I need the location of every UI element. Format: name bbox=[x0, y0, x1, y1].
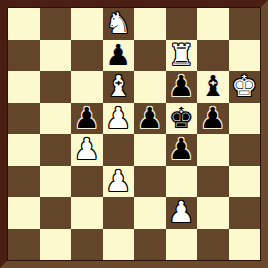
piece-black-pawn[interactable]: ♟ bbox=[137, 103, 163, 135]
square-c1[interactable] bbox=[71, 229, 103, 261]
square-h5[interactable] bbox=[229, 103, 261, 135]
square-d8[interactable]: ♞ bbox=[103, 8, 135, 40]
square-f6[interactable]: ♟ bbox=[166, 71, 198, 103]
square-d1[interactable] bbox=[103, 229, 135, 261]
square-e6[interactable] bbox=[134, 71, 166, 103]
square-h6[interactable]: ♚ bbox=[229, 71, 261, 103]
square-b5[interactable] bbox=[40, 103, 72, 135]
square-d3[interactable]: ♟ bbox=[103, 166, 135, 198]
square-d2[interactable] bbox=[103, 197, 135, 229]
square-a2[interactable] bbox=[8, 197, 40, 229]
square-h7[interactable] bbox=[229, 40, 261, 72]
square-b6[interactable] bbox=[40, 71, 72, 103]
piece-black-pawn[interactable]: ♟ bbox=[74, 103, 100, 135]
piece-black-bishop[interactable]: ♝ bbox=[200, 71, 226, 103]
piece-white-pawn[interactable]: ♟ bbox=[105, 103, 131, 135]
square-g2[interactable] bbox=[197, 197, 229, 229]
piece-black-king[interactable]: ♚ bbox=[168, 103, 194, 135]
square-f3[interactable] bbox=[166, 166, 198, 198]
piece-black-pawn[interactable]: ♟ bbox=[168, 134, 194, 166]
square-f8[interactable] bbox=[166, 8, 198, 40]
square-c4[interactable]: ♟ bbox=[71, 134, 103, 166]
square-h2[interactable] bbox=[229, 197, 261, 229]
square-d5[interactable]: ♟ bbox=[103, 103, 135, 135]
square-c8[interactable] bbox=[71, 8, 103, 40]
piece-white-knight[interactable]: ♞ bbox=[105, 8, 131, 40]
square-b7[interactable] bbox=[40, 40, 72, 72]
square-e2[interactable] bbox=[134, 197, 166, 229]
square-d6[interactable]: ♝ bbox=[103, 71, 135, 103]
square-g4[interactable] bbox=[197, 134, 229, 166]
square-a5[interactable] bbox=[8, 103, 40, 135]
square-c3[interactable] bbox=[71, 166, 103, 198]
square-f5[interactable]: ♚ bbox=[166, 103, 198, 135]
square-b4[interactable] bbox=[40, 134, 72, 166]
square-h3[interactable] bbox=[229, 166, 261, 198]
square-g3[interactable] bbox=[197, 166, 229, 198]
square-g5[interactable]: ♟ bbox=[197, 103, 229, 135]
square-e7[interactable] bbox=[134, 40, 166, 72]
square-b3[interactable] bbox=[40, 166, 72, 198]
square-c7[interactable] bbox=[71, 40, 103, 72]
piece-white-bishop[interactable]: ♝ bbox=[105, 71, 131, 103]
square-h4[interactable] bbox=[229, 134, 261, 166]
square-a1[interactable] bbox=[8, 229, 40, 261]
piece-black-pawn[interactable]: ♟ bbox=[105, 40, 131, 72]
square-c5[interactable]: ♟ bbox=[71, 103, 103, 135]
chess-board-frame: ♞♟♜♝♟♝♚♟♟♟♚♟♟♟♟♟ bbox=[0, 0, 268, 268]
square-g8[interactable] bbox=[197, 8, 229, 40]
piece-white-rook[interactable]: ♜ bbox=[168, 40, 194, 72]
square-a3[interactable] bbox=[8, 166, 40, 198]
square-a4[interactable] bbox=[8, 134, 40, 166]
square-d7[interactable]: ♟ bbox=[103, 40, 135, 72]
piece-white-pawn[interactable]: ♟ bbox=[168, 197, 194, 229]
square-f1[interactable] bbox=[166, 229, 198, 261]
square-a7[interactable] bbox=[8, 40, 40, 72]
chess-board: ♞♟♜♝♟♝♚♟♟♟♚♟♟♟♟♟ bbox=[8, 8, 260, 260]
square-a6[interactable] bbox=[8, 71, 40, 103]
square-e4[interactable] bbox=[134, 134, 166, 166]
square-h8[interactable] bbox=[229, 8, 261, 40]
piece-black-pawn[interactable]: ♟ bbox=[200, 103, 226, 135]
square-f7[interactable]: ♜ bbox=[166, 40, 198, 72]
square-h1[interactable] bbox=[229, 229, 261, 261]
square-f4[interactable]: ♟ bbox=[166, 134, 198, 166]
piece-black-pawn[interactable]: ♟ bbox=[168, 71, 194, 103]
piece-white-pawn[interactable]: ♟ bbox=[105, 166, 131, 198]
square-e1[interactable] bbox=[134, 229, 166, 261]
square-f2[interactable]: ♟ bbox=[166, 197, 198, 229]
square-b2[interactable] bbox=[40, 197, 72, 229]
square-b1[interactable] bbox=[40, 229, 72, 261]
square-b8[interactable] bbox=[40, 8, 72, 40]
piece-white-pawn[interactable]: ♟ bbox=[74, 134, 100, 166]
square-g1[interactable] bbox=[197, 229, 229, 261]
square-g7[interactable] bbox=[197, 40, 229, 72]
square-c6[interactable] bbox=[71, 71, 103, 103]
square-e3[interactable] bbox=[134, 166, 166, 198]
square-c2[interactable] bbox=[71, 197, 103, 229]
square-e8[interactable] bbox=[134, 8, 166, 40]
piece-white-king[interactable]: ♚ bbox=[231, 71, 257, 103]
square-g6[interactable]: ♝ bbox=[197, 71, 229, 103]
square-e5[interactable]: ♟ bbox=[134, 103, 166, 135]
square-a8[interactable] bbox=[8, 8, 40, 40]
square-d4[interactable] bbox=[103, 134, 135, 166]
